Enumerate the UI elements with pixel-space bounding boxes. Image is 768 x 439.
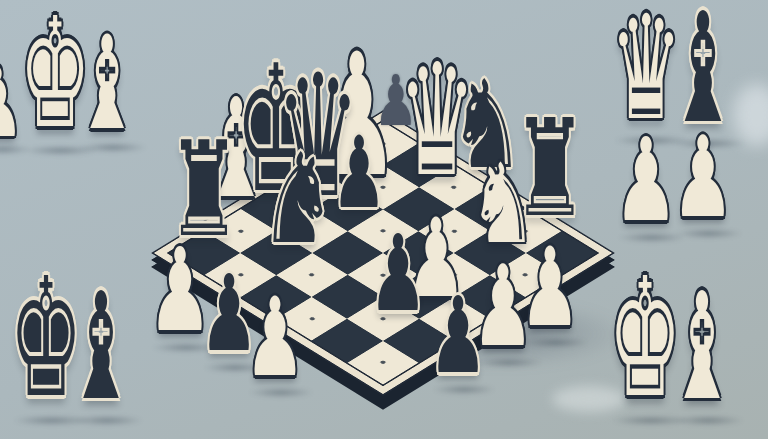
black-knight-center[interactable]: ♞ (259, 136, 336, 261)
white-pawn-front-left-2[interactable]: ♟ (245, 284, 306, 393)
black-bishop-lower-left[interactable]: ♝ (67, 273, 135, 421)
black-pawn-upper-center[interactable]: ♟ (331, 124, 387, 223)
white-queen-on-board[interactable]: ♛ (398, 42, 475, 197)
white-pawn-right-1[interactable]: ♟ (614, 123, 679, 238)
black-pawn-front-right[interactable]: ♟ (428, 284, 487, 390)
illustration-canvas: ♟♚♝♜♝♚♛♟♟♛♞♞♟♞♜♟♟♟♟♟♟♟♟♛♝♟♟♚♝♚♝ (0, 0, 768, 439)
black-pawn-center[interactable]: ♟ (368, 222, 427, 328)
white-king-upper-left[interactable]: ♚ (19, 0, 91, 151)
pieces-layer: ♟♚♝♜♝♚♛♟♟♛♞♞♟♞♜♟♟♟♟♟♟♟♟♛♝♟♟♚♝♚♝ (0, 0, 768, 439)
white-bishop-lower-right[interactable]: ♝ (668, 273, 736, 421)
white-pawn-right-2[interactable]: ♟ (672, 122, 735, 234)
